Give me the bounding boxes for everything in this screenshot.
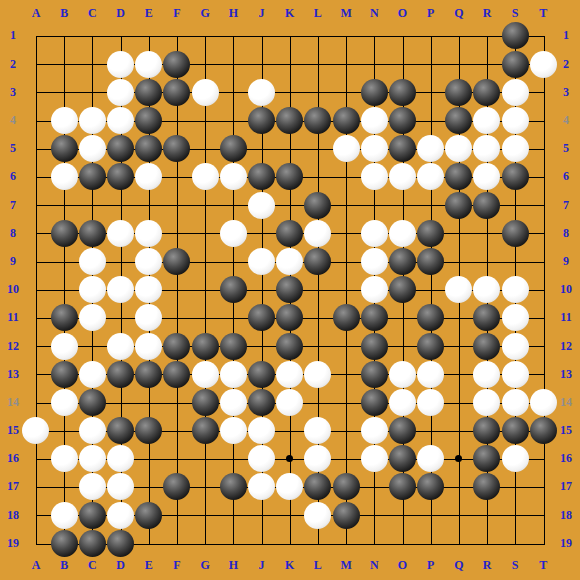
cell-F15[interactable]: [163, 417, 191, 445]
cell-D19[interactable]: [106, 529, 134, 557]
cell-H15[interactable]: [219, 417, 247, 445]
cell-Q2[interactable]: [445, 50, 473, 78]
cell-R9[interactable]: [473, 247, 501, 275]
cell-S7[interactable]: [501, 191, 529, 219]
cell-D9[interactable]: [106, 247, 134, 275]
cell-N15[interactable]: [360, 417, 388, 445]
cell-E1[interactable]: [135, 22, 163, 50]
cell-R19[interactable]: [473, 529, 501, 557]
cell-H17[interactable]: [219, 473, 247, 501]
cell-H5[interactable]: [219, 135, 247, 163]
cell-E3[interactable]: [135, 78, 163, 106]
cell-A19[interactable]: [22, 529, 50, 557]
cell-C12[interactable]: [78, 332, 106, 360]
cell-P17[interactable]: [417, 473, 445, 501]
cell-M10[interactable]: [332, 276, 360, 304]
cell-H4[interactable]: [219, 106, 247, 134]
cell-S4[interactable]: [501, 106, 529, 134]
cell-P2[interactable]: [417, 50, 445, 78]
cell-Q8[interactable]: [445, 219, 473, 247]
cell-E2[interactable]: [135, 50, 163, 78]
cell-J13[interactable]: [247, 360, 275, 388]
cell-L17[interactable]: [304, 473, 332, 501]
cell-K19[interactable]: [276, 529, 304, 557]
cell-T3[interactable]: [529, 78, 557, 106]
cell-J6[interactable]: [247, 163, 275, 191]
cell-E8[interactable]: [135, 219, 163, 247]
cell-Q11[interactable]: [445, 304, 473, 332]
cell-G8[interactable]: [191, 219, 219, 247]
cell-O18[interactable]: [388, 501, 416, 529]
cell-P16[interactable]: [417, 445, 445, 473]
cell-T14[interactable]: [529, 388, 557, 416]
cell-J17[interactable]: [247, 473, 275, 501]
cell-E14[interactable]: [135, 388, 163, 416]
cell-O9[interactable]: [388, 247, 416, 275]
cell-H11[interactable]: [219, 304, 247, 332]
cell-T18[interactable]: [529, 501, 557, 529]
cell-T19[interactable]: [529, 529, 557, 557]
cell-T15[interactable]: [529, 417, 557, 445]
cell-Q1[interactable]: [445, 22, 473, 50]
cell-K15[interactable]: [276, 417, 304, 445]
cell-N5[interactable]: [360, 135, 388, 163]
cell-S6[interactable]: [501, 163, 529, 191]
cell-L9[interactable]: [304, 247, 332, 275]
cell-E17[interactable]: [135, 473, 163, 501]
cell-S16[interactable]: [501, 445, 529, 473]
cell-Q5[interactable]: [445, 135, 473, 163]
cell-J1[interactable]: [247, 22, 275, 50]
cell-Q6[interactable]: [445, 163, 473, 191]
cell-H1[interactable]: [219, 22, 247, 50]
cell-K10[interactable]: [276, 276, 304, 304]
cell-T11[interactable]: [529, 304, 557, 332]
cell-L15[interactable]: [304, 417, 332, 445]
cell-F6[interactable]: [163, 163, 191, 191]
cell-P9[interactable]: [417, 247, 445, 275]
cell-S12[interactable]: [501, 332, 529, 360]
cell-D10[interactable]: [106, 276, 134, 304]
cell-F3[interactable]: [163, 78, 191, 106]
cell-H3[interactable]: [219, 78, 247, 106]
cell-P3[interactable]: [417, 78, 445, 106]
cell-T4[interactable]: [529, 106, 557, 134]
cell-J12[interactable]: [247, 332, 275, 360]
cell-M3[interactable]: [332, 78, 360, 106]
cell-C8[interactable]: [78, 219, 106, 247]
cell-O17[interactable]: [388, 473, 416, 501]
cell-A16[interactable]: [22, 445, 50, 473]
cell-S11[interactable]: [501, 304, 529, 332]
cell-B11[interactable]: [50, 304, 78, 332]
cell-O2[interactable]: [388, 50, 416, 78]
cell-T7[interactable]: [529, 191, 557, 219]
cell-E15[interactable]: [135, 417, 163, 445]
cell-P10[interactable]: [417, 276, 445, 304]
cell-S2[interactable]: [501, 50, 529, 78]
cell-Q14[interactable]: [445, 388, 473, 416]
cell-D5[interactable]: [106, 135, 134, 163]
cell-C16[interactable]: [78, 445, 106, 473]
cell-S17[interactable]: [501, 473, 529, 501]
cell-N3[interactable]: [360, 78, 388, 106]
cell-K17[interactable]: [276, 473, 304, 501]
cell-L7[interactable]: [304, 191, 332, 219]
cell-S15[interactable]: [501, 417, 529, 445]
cell-D12[interactable]: [106, 332, 134, 360]
cell-R8[interactable]: [473, 219, 501, 247]
cell-D15[interactable]: [106, 417, 134, 445]
cell-F8[interactable]: [163, 219, 191, 247]
cell-G15[interactable]: [191, 417, 219, 445]
cell-L10[interactable]: [304, 276, 332, 304]
cell-R6[interactable]: [473, 163, 501, 191]
cell-D1[interactable]: [106, 22, 134, 50]
cell-H19[interactable]: [219, 529, 247, 557]
cell-P4[interactable]: [417, 106, 445, 134]
cell-S13[interactable]: [501, 360, 529, 388]
cell-S3[interactable]: [501, 78, 529, 106]
cell-E12[interactable]: [135, 332, 163, 360]
cell-N13[interactable]: [360, 360, 388, 388]
cell-H12[interactable]: [219, 332, 247, 360]
cell-J16[interactable]: [247, 445, 275, 473]
cell-P8[interactable]: [417, 219, 445, 247]
cell-M15[interactable]: [332, 417, 360, 445]
cell-M12[interactable]: [332, 332, 360, 360]
cell-M7[interactable]: [332, 191, 360, 219]
cell-R10[interactable]: [473, 276, 501, 304]
cell-M14[interactable]: [332, 388, 360, 416]
cell-F5[interactable]: [163, 135, 191, 163]
cell-O8[interactable]: [388, 219, 416, 247]
cell-C13[interactable]: [78, 360, 106, 388]
cell-H9[interactable]: [219, 247, 247, 275]
cell-G18[interactable]: [191, 501, 219, 529]
cell-D11[interactable]: [106, 304, 134, 332]
cell-T16[interactable]: [529, 445, 557, 473]
cell-G12[interactable]: [191, 332, 219, 360]
cell-Q4[interactable]: [445, 106, 473, 134]
cell-P18[interactable]: [417, 501, 445, 529]
cell-B6[interactable]: [50, 163, 78, 191]
cell-G14[interactable]: [191, 388, 219, 416]
cell-G5[interactable]: [191, 135, 219, 163]
cell-O4[interactable]: [388, 106, 416, 134]
cell-M13[interactable]: [332, 360, 360, 388]
cell-J19[interactable]: [247, 529, 275, 557]
cell-B15[interactable]: [50, 417, 78, 445]
cell-P5[interactable]: [417, 135, 445, 163]
cell-C19[interactable]: [78, 529, 106, 557]
cell-M19[interactable]: [332, 529, 360, 557]
cell-P12[interactable]: [417, 332, 445, 360]
cell-E5[interactable]: [135, 135, 163, 163]
cell-A7[interactable]: [22, 191, 50, 219]
cell-Q16[interactable]: [445, 445, 473, 473]
cell-G11[interactable]: [191, 304, 219, 332]
cell-H6[interactable]: [219, 163, 247, 191]
cell-C9[interactable]: [78, 247, 106, 275]
cell-S14[interactable]: [501, 388, 529, 416]
cell-C17[interactable]: [78, 473, 106, 501]
cell-J4[interactable]: [247, 106, 275, 134]
cell-F7[interactable]: [163, 191, 191, 219]
cell-G1[interactable]: [191, 22, 219, 50]
cell-L12[interactable]: [304, 332, 332, 360]
cell-A3[interactable]: [22, 78, 50, 106]
cell-A13[interactable]: [22, 360, 50, 388]
cell-C10[interactable]: [78, 276, 106, 304]
cell-K7[interactable]: [276, 191, 304, 219]
cell-Q3[interactable]: [445, 78, 473, 106]
cell-O10[interactable]: [388, 276, 416, 304]
cell-A18[interactable]: [22, 501, 50, 529]
cell-J2[interactable]: [247, 50, 275, 78]
cell-M8[interactable]: [332, 219, 360, 247]
cell-C7[interactable]: [78, 191, 106, 219]
cell-M17[interactable]: [332, 473, 360, 501]
cell-A14[interactable]: [22, 388, 50, 416]
cell-J18[interactable]: [247, 501, 275, 529]
cell-F18[interactable]: [163, 501, 191, 529]
cell-K5[interactable]: [276, 135, 304, 163]
cell-A9[interactable]: [22, 247, 50, 275]
cell-L18[interactable]: [304, 501, 332, 529]
cell-O14[interactable]: [388, 388, 416, 416]
cell-N8[interactable]: [360, 219, 388, 247]
cell-N11[interactable]: [360, 304, 388, 332]
cell-N10[interactable]: [360, 276, 388, 304]
cell-S18[interactable]: [501, 501, 529, 529]
cell-A12[interactable]: [22, 332, 50, 360]
cell-H10[interactable]: [219, 276, 247, 304]
cell-G6[interactable]: [191, 163, 219, 191]
cell-R7[interactable]: [473, 191, 501, 219]
cell-F10[interactable]: [163, 276, 191, 304]
cell-F9[interactable]: [163, 247, 191, 275]
cell-E18[interactable]: [135, 501, 163, 529]
cell-L14[interactable]: [304, 388, 332, 416]
cell-B9[interactable]: [50, 247, 78, 275]
cell-O12[interactable]: [388, 332, 416, 360]
cell-A17[interactable]: [22, 473, 50, 501]
cell-L13[interactable]: [304, 360, 332, 388]
cell-S1[interactable]: [501, 22, 529, 50]
cell-P15[interactable]: [417, 417, 445, 445]
cell-R4[interactable]: [473, 106, 501, 134]
cell-Q13[interactable]: [445, 360, 473, 388]
cell-B2[interactable]: [50, 50, 78, 78]
cell-F19[interactable]: [163, 529, 191, 557]
cell-D3[interactable]: [106, 78, 134, 106]
cell-B5[interactable]: [50, 135, 78, 163]
cell-R16[interactable]: [473, 445, 501, 473]
cell-R15[interactable]: [473, 417, 501, 445]
cell-S10[interactable]: [501, 276, 529, 304]
cell-A11[interactable]: [22, 304, 50, 332]
cell-C1[interactable]: [78, 22, 106, 50]
cell-G10[interactable]: [191, 276, 219, 304]
cell-R11[interactable]: [473, 304, 501, 332]
cell-K18[interactable]: [276, 501, 304, 529]
cell-D4[interactable]: [106, 106, 134, 134]
cell-T6[interactable]: [529, 163, 557, 191]
cell-H2[interactable]: [219, 50, 247, 78]
cell-H13[interactable]: [219, 360, 247, 388]
cell-E6[interactable]: [135, 163, 163, 191]
cell-G7[interactable]: [191, 191, 219, 219]
cell-E13[interactable]: [135, 360, 163, 388]
cell-K4[interactable]: [276, 106, 304, 134]
cell-K14[interactable]: [276, 388, 304, 416]
cell-C18[interactable]: [78, 501, 106, 529]
cell-L3[interactable]: [304, 78, 332, 106]
cell-G9[interactable]: [191, 247, 219, 275]
cell-A8[interactable]: [22, 219, 50, 247]
cell-N12[interactable]: [360, 332, 388, 360]
cell-N19[interactable]: [360, 529, 388, 557]
cell-L2[interactable]: [304, 50, 332, 78]
cell-B17[interactable]: [50, 473, 78, 501]
cell-Q10[interactable]: [445, 276, 473, 304]
cell-L11[interactable]: [304, 304, 332, 332]
cell-H8[interactable]: [219, 219, 247, 247]
cell-O16[interactable]: [388, 445, 416, 473]
cell-R18[interactable]: [473, 501, 501, 529]
cell-D18[interactable]: [106, 501, 134, 529]
cell-F11[interactable]: [163, 304, 191, 332]
cell-Q19[interactable]: [445, 529, 473, 557]
cell-T9[interactable]: [529, 247, 557, 275]
cell-N6[interactable]: [360, 163, 388, 191]
cell-J9[interactable]: [247, 247, 275, 275]
cell-B16[interactable]: [50, 445, 78, 473]
cell-K13[interactable]: [276, 360, 304, 388]
cell-E11[interactable]: [135, 304, 163, 332]
cell-F12[interactable]: [163, 332, 191, 360]
cell-N16[interactable]: [360, 445, 388, 473]
cell-M18[interactable]: [332, 501, 360, 529]
cell-F17[interactable]: [163, 473, 191, 501]
cell-M6[interactable]: [332, 163, 360, 191]
cell-C15[interactable]: [78, 417, 106, 445]
cell-T1[interactable]: [529, 22, 557, 50]
cell-P19[interactable]: [417, 529, 445, 557]
cell-B14[interactable]: [50, 388, 78, 416]
cell-C6[interactable]: [78, 163, 106, 191]
cell-N7[interactable]: [360, 191, 388, 219]
cell-H7[interactable]: [219, 191, 247, 219]
cell-B3[interactable]: [50, 78, 78, 106]
cell-M2[interactable]: [332, 50, 360, 78]
cell-S5[interactable]: [501, 135, 529, 163]
cell-A6[interactable]: [22, 163, 50, 191]
cell-P6[interactable]: [417, 163, 445, 191]
cell-C2[interactable]: [78, 50, 106, 78]
cell-R13[interactable]: [473, 360, 501, 388]
cell-N9[interactable]: [360, 247, 388, 275]
cell-R5[interactable]: [473, 135, 501, 163]
cell-C3[interactable]: [78, 78, 106, 106]
cell-C5[interactable]: [78, 135, 106, 163]
cell-Q9[interactable]: [445, 247, 473, 275]
cell-L5[interactable]: [304, 135, 332, 163]
cell-J8[interactable]: [247, 219, 275, 247]
cell-M1[interactable]: [332, 22, 360, 50]
cell-K1[interactable]: [276, 22, 304, 50]
cell-O7[interactable]: [388, 191, 416, 219]
cell-D8[interactable]: [106, 219, 134, 247]
cell-B1[interactable]: [50, 22, 78, 50]
cell-B13[interactable]: [50, 360, 78, 388]
cell-D16[interactable]: [106, 445, 134, 473]
cell-E16[interactable]: [135, 445, 163, 473]
cell-T8[interactable]: [529, 219, 557, 247]
cell-O3[interactable]: [388, 78, 416, 106]
cell-F4[interactable]: [163, 106, 191, 134]
cell-K12[interactable]: [276, 332, 304, 360]
cell-M11[interactable]: [332, 304, 360, 332]
cell-L4[interactable]: [304, 106, 332, 134]
cell-Q15[interactable]: [445, 417, 473, 445]
cell-O13[interactable]: [388, 360, 416, 388]
cell-S9[interactable]: [501, 247, 529, 275]
cell-J3[interactable]: [247, 78, 275, 106]
cell-R3[interactable]: [473, 78, 501, 106]
cell-G17[interactable]: [191, 473, 219, 501]
cell-S19[interactable]: [501, 529, 529, 557]
cell-B12[interactable]: [50, 332, 78, 360]
cell-T2[interactable]: [529, 50, 557, 78]
cell-J15[interactable]: [247, 417, 275, 445]
cell-L6[interactable]: [304, 163, 332, 191]
cell-L8[interactable]: [304, 219, 332, 247]
cell-Q12[interactable]: [445, 332, 473, 360]
cell-P11[interactable]: [417, 304, 445, 332]
cell-T10[interactable]: [529, 276, 557, 304]
cell-A4[interactable]: [22, 106, 50, 134]
cell-G3[interactable]: [191, 78, 219, 106]
cell-F2[interactable]: [163, 50, 191, 78]
cell-K11[interactable]: [276, 304, 304, 332]
cell-D7[interactable]: [106, 191, 134, 219]
cell-J14[interactable]: [247, 388, 275, 416]
cell-A1[interactable]: [22, 22, 50, 50]
cell-B19[interactable]: [50, 529, 78, 557]
cell-D17[interactable]: [106, 473, 134, 501]
cell-A2[interactable]: [22, 50, 50, 78]
cell-A5[interactable]: [22, 135, 50, 163]
cell-K2[interactable]: [276, 50, 304, 78]
cell-N18[interactable]: [360, 501, 388, 529]
cell-T12[interactable]: [529, 332, 557, 360]
cell-H18[interactable]: [219, 501, 247, 529]
cell-P13[interactable]: [417, 360, 445, 388]
cell-D14[interactable]: [106, 388, 134, 416]
cell-G19[interactable]: [191, 529, 219, 557]
cell-J11[interactable]: [247, 304, 275, 332]
cell-J5[interactable]: [247, 135, 275, 163]
cell-O15[interactable]: [388, 417, 416, 445]
cell-L16[interactable]: [304, 445, 332, 473]
cell-T17[interactable]: [529, 473, 557, 501]
cell-N1[interactable]: [360, 22, 388, 50]
cell-N14[interactable]: [360, 388, 388, 416]
cell-R17[interactable]: [473, 473, 501, 501]
cell-B4[interactable]: [50, 106, 78, 134]
